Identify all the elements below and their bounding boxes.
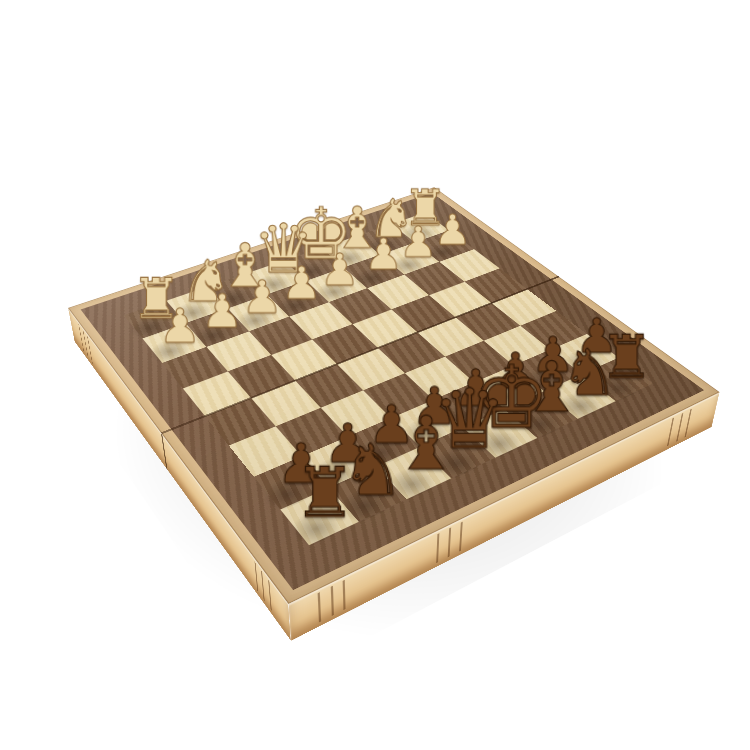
product-photo-stage: ♜♞♝♛♚♝♞♜♟♟♟♟♟♟♟♟♟♟♟♟♟♟♟♟♜♞♝♛♚♝♞♜ bbox=[0, 0, 750, 750]
decorative-groove bbox=[685, 409, 692, 438]
decorative-groove bbox=[343, 580, 346, 610]
chess-board[interactable]: ♜♞♝♛♚♝♞♜♟♟♟♟♟♟♟♟♟♟♟♟♟♟♟♟♜♞♝♛♚♝♞♜ bbox=[68, 187, 720, 604]
decorative-groove bbox=[87, 336, 93, 364]
white-pawn[interactable]: ♟ bbox=[159, 302, 201, 349]
decorative-groove bbox=[667, 417, 674, 446]
decorative-groove bbox=[254, 561, 258, 592]
decorative-groove bbox=[447, 527, 450, 557]
black-rook[interactable]: ♜ bbox=[294, 458, 356, 527]
decorative-groove bbox=[317, 592, 321, 623]
decorative-groove bbox=[261, 570, 265, 601]
scene-3d: ♜♞♝♛♚♝♞♜♟♟♟♟♟♟♟♟♟♟♟♟♟♟♟♟♜♞♝♛♚♝♞♜ bbox=[143, 113, 613, 583]
decorative-groove bbox=[330, 586, 333, 616]
decorative-groove bbox=[459, 522, 463, 552]
board-top-face: ♜♞♝♛♚♝♞♜♟♟♟♟♟♟♟♟♟♟♟♟♟♟♟♟♜♞♝♛♚♝♞♜ bbox=[68, 187, 720, 604]
decorative-groove bbox=[436, 533, 439, 563]
decorative-groove bbox=[676, 413, 683, 442]
decorative-groove bbox=[268, 580, 272, 611]
